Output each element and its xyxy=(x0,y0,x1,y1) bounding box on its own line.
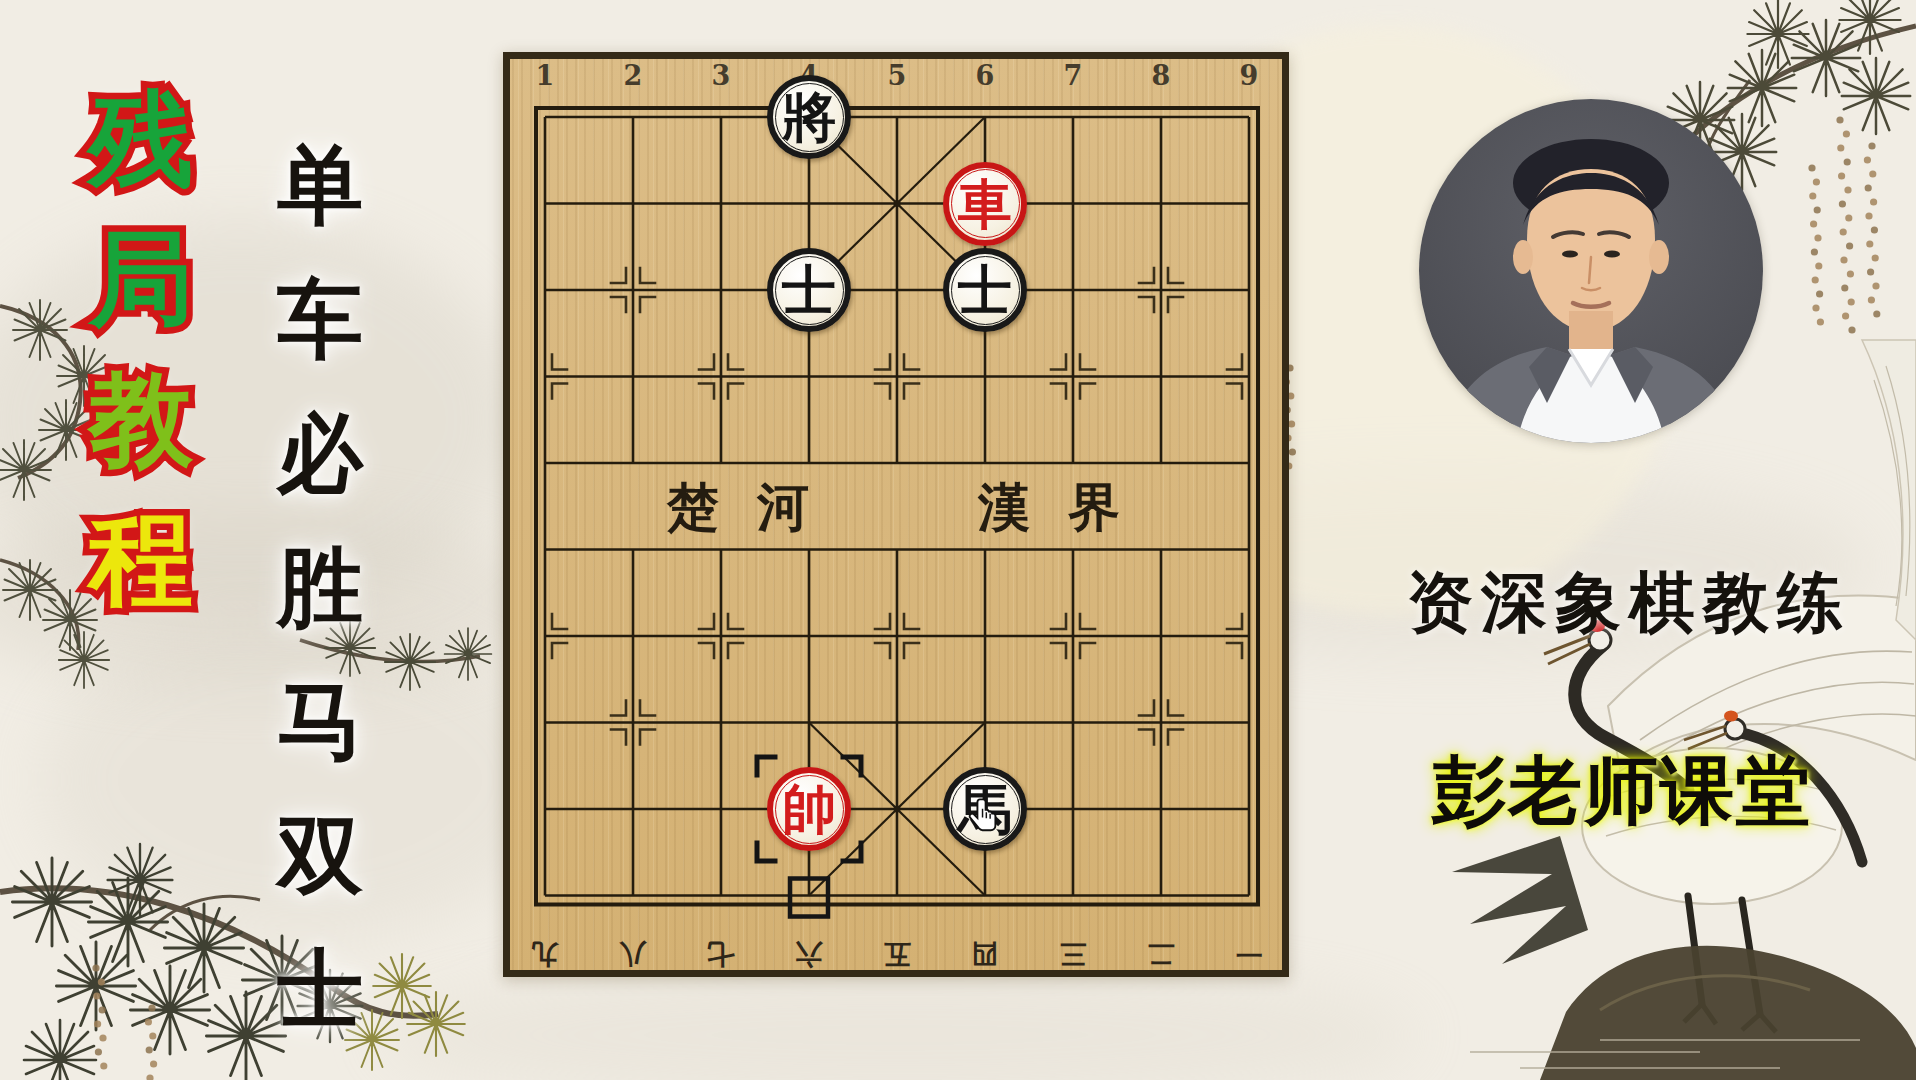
board-points-grid: 將 車 士 士 帥 馬 xyxy=(501,74,1293,939)
water-lines xyxy=(1470,1040,1860,1068)
banner-endgame-course: 残 残 局 局 教 教 程 程 xyxy=(81,71,201,631)
ear xyxy=(1513,240,1533,274)
mist xyxy=(0,220,520,620)
subtitle-char: 双 xyxy=(265,788,375,922)
crane-legs xyxy=(1688,896,1760,1014)
piece-glyph: 士 xyxy=(782,263,836,317)
subtitle-char: 车 xyxy=(265,252,375,386)
subtitle-char: 必 xyxy=(265,386,375,520)
black-advisor-piece[interactable]: 士 xyxy=(943,248,1027,332)
banner-char: 局 局 xyxy=(81,211,201,351)
piece-glyph: 將 xyxy=(782,90,836,144)
black-general-piece[interactable]: 將 xyxy=(767,75,851,159)
caption-channel-name: 彭老师课堂 xyxy=(1377,742,1867,842)
red-chariot-piece[interactable]: 車 xyxy=(943,162,1027,246)
banner-char: 残 残 xyxy=(81,71,201,211)
xiangqi-board[interactable]: 1 2 3 4 5 6 7 8 9 九 八 七 六 五 四 三 二 一 楚河 漢… xyxy=(503,52,1289,977)
ear xyxy=(1649,240,1669,274)
subtitle-char: 马 xyxy=(265,654,375,788)
crane-tail xyxy=(1452,836,1588,964)
subtitle-char: 士 xyxy=(265,922,375,1056)
eye xyxy=(1562,250,1578,257)
banner-char: 程 程 xyxy=(81,491,201,631)
subtitle-char: 单 xyxy=(265,118,375,252)
black-horse-piece[interactable]: 馬 xyxy=(943,767,1027,851)
video-frame: 残 残 局 局 教 教 程 程 单 车 必 胜 马 双 士 1 2 3 4 xyxy=(0,0,1916,1080)
instructor-portrait-art xyxy=(1419,99,1763,443)
crane2-crown xyxy=(1724,711,1738,722)
crane2-head xyxy=(1725,719,1745,739)
neck xyxy=(1569,311,1613,356)
piece-glyph: 帥 xyxy=(782,782,836,836)
black-advisor-piece[interactable]: 士 xyxy=(767,248,851,332)
subtitle-char: 胜 xyxy=(265,520,375,654)
instructor-avatar xyxy=(1419,99,1763,443)
piece-glyph: 馬 xyxy=(958,782,1012,836)
banner-char: 教 教 xyxy=(81,351,201,491)
caption-coach-title: 资深象棋教练 xyxy=(1384,558,1874,648)
crane-painting xyxy=(1452,340,1916,1080)
eye xyxy=(1604,250,1620,257)
lesson-subtitle-vertical: 单 车 必 胜 马 双 士 xyxy=(265,118,375,1056)
red-general-piece-selected[interactable]: 帥 xyxy=(767,767,851,851)
piece-glyph: 車 xyxy=(958,177,1012,231)
rock xyxy=(1540,946,1916,1080)
piece-glyph: 士 xyxy=(958,263,1012,317)
